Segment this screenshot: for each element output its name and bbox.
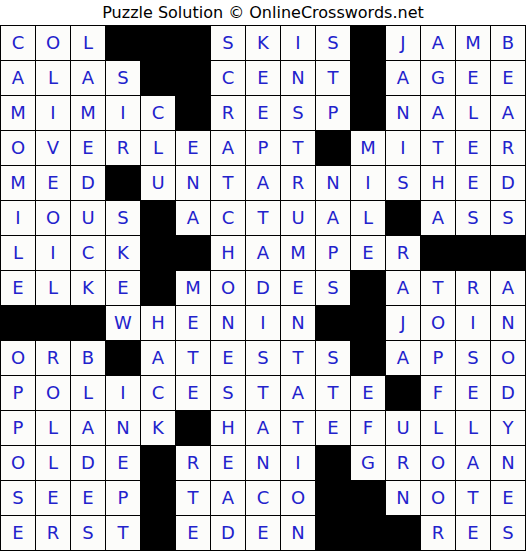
letter-cell: E [211, 446, 245, 480]
letter-cell: S [211, 26, 245, 60]
letter-cell: A [246, 236, 280, 270]
letter-cell: L [421, 411, 455, 445]
black-cell [141, 236, 175, 270]
letter-cell: E [281, 271, 315, 305]
letter-cell: T [281, 341, 315, 375]
letter-cell: T [456, 481, 490, 515]
letter-cell: U [71, 201, 105, 235]
letter-cell: R [386, 236, 420, 270]
letter-cell: M [71, 96, 105, 130]
black-cell [176, 411, 210, 445]
black-cell [316, 516, 350, 550]
letter-cell: N [211, 306, 245, 340]
black-cell [141, 481, 175, 515]
letter-cell: D [71, 166, 105, 200]
letter-cell: E [491, 481, 525, 515]
black-cell [316, 306, 350, 340]
letter-cell: G [351, 446, 385, 480]
letter-cell: I [456, 306, 490, 340]
letter-cell: E [491, 61, 525, 95]
letter-cell: E [456, 131, 490, 165]
letter-cell: R [281, 166, 315, 200]
black-cell [176, 26, 210, 60]
letter-cell: O [36, 201, 70, 235]
letter-cell: I [106, 376, 140, 410]
letter-cell: L [71, 26, 105, 60]
letter-cell: C [211, 201, 245, 235]
letter-cell: N [281, 61, 315, 95]
letter-cell: T [281, 131, 315, 165]
letter-cell: H [211, 411, 245, 445]
letter-cell: A [211, 131, 245, 165]
black-cell [1, 306, 35, 340]
letter-cell: L [36, 411, 70, 445]
letter-cell: T [316, 61, 350, 95]
letter-cell: L [351, 201, 385, 235]
letter-cell: I [281, 446, 315, 480]
black-cell [106, 166, 140, 200]
letter-cell: F [351, 411, 385, 445]
letter-cell: S [456, 341, 490, 375]
letter-cell: S [1, 481, 35, 515]
letter-cell: E [246, 61, 280, 95]
letter-cell: P [421, 341, 455, 375]
letter-cell: J [386, 306, 420, 340]
letter-cell: N [491, 446, 525, 480]
letter-cell: K [246, 26, 280, 60]
letter-cell: U [281, 201, 315, 235]
letter-cell: E [211, 341, 245, 375]
letter-cell: R [421, 516, 455, 550]
letter-cell: S [316, 271, 350, 305]
letter-cell: E [106, 271, 140, 305]
letter-cell: O [211, 271, 245, 305]
black-cell [351, 61, 385, 95]
letter-cell: O [281, 481, 315, 515]
letter-cell: B [491, 26, 525, 60]
letter-cell: P [1, 411, 35, 445]
letter-cell: O [1, 131, 35, 165]
letter-cell: T [246, 201, 280, 235]
letter-cell: A [71, 411, 105, 445]
letter-cell: A [246, 411, 280, 445]
letter-cell: K [71, 271, 105, 305]
black-cell [106, 341, 140, 375]
letter-cell: P [106, 481, 140, 515]
letter-cell: L [71, 376, 105, 410]
letter-cell: R [106, 131, 140, 165]
letter-cell: T [421, 131, 455, 165]
letter-cell: E [176, 376, 210, 410]
black-cell [141, 516, 175, 550]
letter-cell: L [456, 96, 490, 130]
letter-cell: L [36, 271, 70, 305]
letter-cell: K [106, 236, 140, 270]
letter-cell: E [351, 236, 385, 270]
letter-cell: R [386, 446, 420, 480]
black-cell [421, 236, 455, 270]
letter-cell: R [211, 96, 245, 130]
letter-cell: A [211, 481, 245, 515]
letter-cell: H [421, 166, 455, 200]
letter-cell: M [281, 236, 315, 270]
black-cell [141, 201, 175, 235]
letter-cell: P [1, 376, 35, 410]
letter-cell: T [106, 516, 140, 550]
black-cell [176, 236, 210, 270]
letter-cell: F [421, 376, 455, 410]
letter-cell: T [316, 376, 350, 410]
black-cell [316, 481, 350, 515]
letter-cell: O [1, 446, 35, 480]
black-cell [141, 446, 175, 480]
letter-cell: I [386, 131, 420, 165]
letter-cell: K [141, 411, 175, 445]
black-cell [71, 306, 105, 340]
letter-cell: E [456, 166, 490, 200]
letter-cell: D [491, 376, 525, 410]
letter-cell: M [1, 96, 35, 130]
black-cell [351, 481, 385, 515]
letter-cell: D [71, 446, 105, 480]
letter-cell: G [421, 61, 455, 95]
black-cell [141, 61, 175, 95]
letter-cell: O [36, 26, 70, 60]
letter-cell: L [456, 411, 490, 445]
letter-cell: L [1, 236, 35, 270]
letter-cell: I [36, 96, 70, 130]
black-cell [176, 61, 210, 95]
letter-cell: E [246, 516, 280, 550]
letter-cell: L [141, 131, 175, 165]
letter-cell: P [316, 236, 350, 270]
letter-cell: E [1, 516, 35, 550]
letter-cell: E [71, 481, 105, 515]
letter-cell: E [36, 481, 70, 515]
letter-cell: T [211, 166, 245, 200]
letter-cell: S [456, 201, 490, 235]
letter-cell: N [386, 96, 420, 130]
letter-cell: N [281, 516, 315, 550]
letter-cell: A [386, 61, 420, 95]
letter-cell: A [71, 61, 105, 95]
letter-cell: R [456, 271, 490, 305]
letter-cell: N [246, 446, 280, 480]
black-cell [141, 26, 175, 60]
letter-cell: C [1, 26, 35, 60]
black-cell [386, 516, 420, 550]
letter-cell: A [1, 61, 35, 95]
black-cell [351, 271, 385, 305]
letter-cell: J [386, 26, 420, 60]
letter-cell: D [211, 516, 245, 550]
letter-cell: N [386, 481, 420, 515]
letter-cell: E [176, 516, 210, 550]
letter-cell: I [351, 166, 385, 200]
letter-cell: R [176, 446, 210, 480]
letter-cell: N [491, 306, 525, 340]
letter-cell: E [316, 411, 350, 445]
letter-cell: M [176, 271, 210, 305]
black-cell [351, 341, 385, 375]
letter-cell: N [281, 306, 315, 340]
letter-cell: U [141, 166, 175, 200]
letter-cell: I [106, 96, 140, 130]
letter-cell: P [316, 96, 350, 130]
black-cell [351, 306, 385, 340]
crossword-grid: COLSKISJAMBALASCENTAGEEMIMICRESPNALAOVER… [0, 25, 526, 551]
black-cell [316, 446, 350, 480]
letter-cell: Y [491, 411, 525, 445]
letter-cell: C [141, 376, 175, 410]
letter-cell: E [246, 96, 280, 130]
black-cell [386, 201, 420, 235]
letter-cell: H [141, 306, 175, 340]
letter-cell: S [316, 341, 350, 375]
letter-cell: R [491, 131, 525, 165]
letter-cell: D [246, 271, 280, 305]
letter-cell: N [316, 166, 350, 200]
letter-cell: R [36, 516, 70, 550]
letter-cell: C [71, 236, 105, 270]
black-cell [491, 236, 525, 270]
letter-cell: I [281, 26, 315, 60]
letter-cell: O [421, 306, 455, 340]
black-cell [351, 26, 385, 60]
letter-cell: S [316, 26, 350, 60]
black-cell [386, 376, 420, 410]
letter-cell: M [456, 26, 490, 60]
letter-cell: V [36, 131, 70, 165]
letter-cell: T [281, 411, 315, 445]
letter-cell: N [176, 166, 210, 200]
letter-cell: I [1, 201, 35, 235]
black-cell [176, 96, 210, 130]
letter-cell: S [491, 516, 525, 550]
letter-cell: S [71, 516, 105, 550]
black-cell [351, 516, 385, 550]
letter-cell: E [106, 446, 140, 480]
letter-cell: I [246, 306, 280, 340]
letter-cell: C [246, 481, 280, 515]
letter-cell: S [106, 61, 140, 95]
letter-cell: A [141, 341, 175, 375]
letter-cell: E [456, 61, 490, 95]
black-cell [141, 271, 175, 305]
letter-cell: R [36, 341, 70, 375]
letter-cell: A [281, 376, 315, 410]
letter-cell: A [386, 271, 420, 305]
letter-cell: E [456, 376, 490, 410]
letter-cell: A [316, 201, 350, 235]
puzzle-solution-page: Puzzle Solution © OnlineCrosswords.net C… [0, 0, 526, 551]
black-cell [36, 306, 70, 340]
letter-cell: B [71, 341, 105, 375]
letter-cell: A [491, 96, 525, 130]
letter-cell: T [176, 341, 210, 375]
letter-cell: O [421, 481, 455, 515]
letter-cell: E [456, 516, 490, 550]
letter-cell: T [421, 271, 455, 305]
letter-cell: A [491, 271, 525, 305]
letter-cell: S [386, 166, 420, 200]
letter-cell: M [1, 166, 35, 200]
letter-cell: O [421, 446, 455, 480]
letter-cell: A [176, 201, 210, 235]
letter-cell: O [36, 376, 70, 410]
letter-cell: A [421, 96, 455, 130]
letter-cell: E [1, 271, 35, 305]
letter-cell: E [71, 131, 105, 165]
letter-cell: S [106, 201, 140, 235]
black-cell [456, 236, 490, 270]
black-cell [106, 26, 140, 60]
letter-cell: M [351, 131, 385, 165]
black-cell [351, 96, 385, 130]
black-cell [316, 131, 350, 165]
letter-cell: U [386, 411, 420, 445]
letter-cell: S [281, 96, 315, 130]
letter-cell: T [176, 481, 210, 515]
letter-cell: E [176, 306, 210, 340]
letter-cell: A [246, 166, 280, 200]
letter-cell: I [36, 236, 70, 270]
letter-cell: S [211, 376, 245, 410]
letter-cell: C [141, 96, 175, 130]
letter-cell: H [211, 236, 245, 270]
letter-cell: E [176, 131, 210, 165]
letter-cell: L [36, 446, 70, 480]
letter-cell: A [421, 26, 455, 60]
letter-cell: S [491, 201, 525, 235]
letter-cell: T [246, 376, 280, 410]
letter-cell: C [211, 61, 245, 95]
letter-cell: A [386, 341, 420, 375]
page-title: Puzzle Solution © OnlineCrosswords.net [0, 0, 526, 25]
letter-cell: W [106, 306, 140, 340]
letter-cell: E [36, 166, 70, 200]
letter-cell: E [351, 376, 385, 410]
letter-cell: L [36, 61, 70, 95]
letter-cell: O [491, 341, 525, 375]
letter-cell: N [106, 411, 140, 445]
letter-cell: A [456, 446, 490, 480]
letter-cell: S [246, 341, 280, 375]
letter-cell: O [1, 341, 35, 375]
letter-cell: A [421, 201, 455, 235]
letter-cell: D [491, 166, 525, 200]
letter-cell: P [246, 131, 280, 165]
